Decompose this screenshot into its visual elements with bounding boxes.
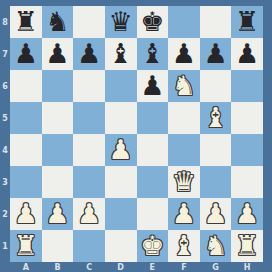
square-f7[interactable]: ♟ [168, 38, 200, 70]
piece-white-queen[interactable]: ♛ [172, 168, 196, 195]
piece-white-rook[interactable]: ♜ [14, 232, 38, 259]
file-label-e: E [137, 262, 169, 272]
piece-black-pawn[interactable]: ♟ [77, 40, 101, 67]
file-label-g: G [200, 262, 232, 272]
piece-white-pawn[interactable]: ♟ [203, 200, 227, 227]
piece-black-rook[interactable]: ♜ [235, 8, 259, 35]
rank-label-2: 2 [0, 198, 10, 230]
square-c2[interactable]: ♟ [73, 198, 105, 230]
piece-black-pawn[interactable]: ♟ [14, 40, 38, 67]
piece-white-pawn[interactable]: ♟ [45, 200, 69, 227]
square-d4[interactable]: ♟ [105, 134, 137, 166]
square-d5[interactable] [105, 102, 137, 134]
file-label-c: C [73, 262, 105, 272]
square-c3[interactable] [73, 166, 105, 198]
square-b7[interactable]: ♟ [42, 38, 74, 70]
square-g6[interactable] [200, 70, 232, 102]
piece-white-pawn[interactable]: ♟ [109, 136, 133, 163]
rank-label-3: 3 [0, 166, 10, 198]
square-g7[interactable]: ♟ [200, 38, 232, 70]
rank-label-5: 5 [0, 102, 10, 134]
piece-black-pawn[interactable]: ♟ [203, 40, 227, 67]
square-h5[interactable] [231, 102, 263, 134]
square-b4[interactable] [42, 134, 74, 166]
square-e7[interactable]: ♝ [137, 38, 169, 70]
square-a8[interactable]: ♜ [10, 6, 42, 38]
square-c7[interactable]: ♟ [73, 38, 105, 70]
square-d8[interactable]: ♛ [105, 6, 137, 38]
square-b8[interactable]: ♞ [42, 6, 74, 38]
square-g1[interactable]: ♞ [200, 230, 232, 262]
square-e8[interactable]: ♚ [137, 6, 169, 38]
chess-diagram: 87654321 ♜♞♛♚♜♟♟♟♝♝♟♟♟♟♞♝♟♛♟♟♟♟♟♟♜♚♝♞♜ A… [0, 0, 272, 272]
square-h8[interactable]: ♜ [231, 6, 263, 38]
piece-white-knight[interactable]: ♞ [172, 72, 196, 99]
square-a4[interactable] [10, 134, 42, 166]
file-label-f: F [168, 262, 200, 272]
square-f5[interactable] [168, 102, 200, 134]
square-c1[interactable] [73, 230, 105, 262]
rank-label-4: 4 [0, 134, 10, 166]
piece-white-pawn[interactable]: ♟ [235, 200, 259, 227]
square-h3[interactable] [231, 166, 263, 198]
file-label-h: H [231, 262, 263, 272]
board: ♜♞♛♚♜♟♟♟♝♝♟♟♟♟♞♝♟♛♟♟♟♟♟♟♜♚♝♞♜ [10, 6, 263, 262]
piece-black-queen[interactable]: ♛ [109, 8, 133, 35]
square-f4[interactable] [168, 134, 200, 166]
square-b1[interactable] [42, 230, 74, 262]
piece-black-pawn[interactable]: ♟ [45, 40, 69, 67]
square-d6[interactable] [105, 70, 137, 102]
square-a3[interactable] [10, 166, 42, 198]
square-g3[interactable] [200, 166, 232, 198]
square-d2[interactable] [105, 198, 137, 230]
square-b5[interactable] [42, 102, 74, 134]
square-c4[interactable] [73, 134, 105, 166]
square-g4[interactable] [200, 134, 232, 166]
square-f6[interactable]: ♞ [168, 70, 200, 102]
square-b3[interactable] [42, 166, 74, 198]
piece-black-pawn[interactable]: ♟ [140, 72, 164, 99]
square-e6[interactable]: ♟ [137, 70, 169, 102]
square-f3[interactable]: ♛ [168, 166, 200, 198]
square-g2[interactable]: ♟ [200, 198, 232, 230]
square-e3[interactable] [137, 166, 169, 198]
square-e2[interactable] [137, 198, 169, 230]
square-c6[interactable] [73, 70, 105, 102]
square-d7[interactable]: ♝ [105, 38, 137, 70]
square-e5[interactable] [137, 102, 169, 134]
square-a2[interactable]: ♟ [10, 198, 42, 230]
square-d3[interactable] [105, 166, 137, 198]
square-a1[interactable]: ♜ [10, 230, 42, 262]
piece-black-bishop[interactable]: ♝ [140, 40, 164, 67]
square-e1[interactable]: ♚ [137, 230, 169, 262]
piece-white-pawn[interactable]: ♟ [14, 200, 38, 227]
rank-labels: 87654321 [0, 6, 10, 262]
piece-black-pawn[interactable]: ♟ [172, 40, 196, 67]
piece-black-rook[interactable]: ♜ [14, 8, 38, 35]
square-h1[interactable]: ♜ [231, 230, 263, 262]
piece-black-bishop[interactable]: ♝ [109, 40, 133, 67]
piece-white-bishop[interactable]: ♝ [172, 232, 196, 259]
piece-white-pawn[interactable]: ♟ [172, 200, 196, 227]
square-g8[interactable] [200, 6, 232, 38]
piece-black-knight[interactable]: ♞ [45, 8, 69, 35]
rank-label-6: 6 [0, 70, 10, 102]
rank-label-1: 1 [0, 230, 10, 262]
piece-white-bishop[interactable]: ♝ [203, 104, 227, 131]
rank-label-8: 8 [0, 6, 10, 38]
square-h6[interactable] [231, 70, 263, 102]
square-f1[interactable]: ♝ [168, 230, 200, 262]
file-labels: ABCDEFGH [10, 262, 263, 272]
square-c5[interactable] [73, 102, 105, 134]
square-f2[interactable]: ♟ [168, 198, 200, 230]
square-b2[interactable]: ♟ [42, 198, 74, 230]
square-f8[interactable] [168, 6, 200, 38]
file-label-d: D [105, 262, 137, 272]
piece-white-pawn[interactable]: ♟ [77, 200, 101, 227]
square-h2[interactable]: ♟ [231, 198, 263, 230]
square-d1[interactable] [105, 230, 137, 262]
piece-white-king[interactable]: ♚ [140, 232, 164, 259]
piece-black-king[interactable]: ♚ [140, 8, 164, 35]
square-a6[interactable] [10, 70, 42, 102]
piece-white-knight[interactable]: ♞ [203, 232, 227, 259]
piece-black-pawn[interactable]: ♟ [235, 40, 259, 67]
square-a5[interactable] [10, 102, 42, 134]
square-a7[interactable]: ♟ [10, 38, 42, 70]
rank-label-7: 7 [0, 38, 10, 70]
square-c8[interactable] [73, 6, 105, 38]
square-b6[interactable] [42, 70, 74, 102]
square-g5[interactable]: ♝ [200, 102, 232, 134]
square-h4[interactable] [231, 134, 263, 166]
square-e4[interactable] [137, 134, 169, 166]
file-label-a: A [10, 262, 42, 272]
piece-white-rook[interactable]: ♜ [235, 232, 259, 259]
file-label-b: B [42, 262, 74, 272]
square-h7[interactable]: ♟ [231, 38, 263, 70]
